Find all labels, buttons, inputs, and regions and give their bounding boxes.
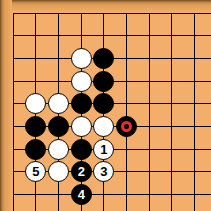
white-stone bbox=[71, 71, 92, 92]
black-stone bbox=[25, 139, 46, 160]
white-stone bbox=[71, 116, 92, 137]
black-stone bbox=[116, 116, 137, 137]
black-stone bbox=[93, 71, 114, 92]
move-number-label: 3 bbox=[100, 165, 107, 178]
board-intersection bbox=[47, 161, 70, 184]
board-intersection bbox=[47, 115, 70, 138]
board-intersection bbox=[25, 115, 48, 138]
board-intersection bbox=[70, 138, 93, 161]
board-intersection bbox=[47, 93, 70, 116]
black-stone bbox=[71, 93, 92, 114]
board-intersection bbox=[70, 70, 93, 93]
board-intersection bbox=[115, 115, 138, 138]
move-number-label: 1 bbox=[100, 142, 107, 155]
board-intersection bbox=[25, 93, 48, 116]
board-intersection: 4 bbox=[70, 183, 93, 206]
board-intersection bbox=[93, 47, 116, 70]
board-intersection bbox=[47, 138, 70, 161]
board-intersection bbox=[25, 138, 48, 161]
white-stone bbox=[93, 116, 114, 137]
black-stone: 2 bbox=[71, 161, 92, 182]
board-intersection: 5 bbox=[25, 161, 48, 184]
board-intersection bbox=[70, 47, 93, 70]
black-stone bbox=[25, 116, 46, 137]
board-intersection bbox=[70, 115, 93, 138]
board-intersection bbox=[70, 93, 93, 116]
white-stone bbox=[71, 48, 92, 69]
board-intersection: 2 bbox=[70, 161, 93, 184]
black-stone: 4 bbox=[71, 184, 92, 205]
white-stone bbox=[48, 139, 69, 160]
board-intersection bbox=[93, 115, 116, 138]
stones-layer: 15234 bbox=[2, 2, 206, 206]
white-stone bbox=[48, 93, 69, 114]
board-intersection bbox=[93, 70, 116, 93]
board-intersection bbox=[93, 93, 116, 116]
black-stone bbox=[48, 116, 69, 137]
go-board: 15234 bbox=[0, 0, 211, 211]
white-stone: 5 bbox=[25, 161, 46, 182]
move-number-label: 2 bbox=[78, 165, 85, 178]
black-stone bbox=[93, 93, 114, 114]
white-stone bbox=[48, 161, 69, 182]
white-stone: 3 bbox=[93, 161, 114, 182]
white-stone bbox=[25, 93, 46, 114]
move-number-label: 4 bbox=[78, 188, 85, 201]
circle-marker-icon bbox=[121, 121, 132, 132]
board-intersection: 1 bbox=[93, 138, 116, 161]
black-stone bbox=[93, 48, 114, 69]
black-stone bbox=[71, 139, 92, 160]
move-number-label: 5 bbox=[32, 165, 39, 178]
board-intersection: 3 bbox=[93, 161, 116, 184]
white-stone: 1 bbox=[93, 139, 114, 160]
